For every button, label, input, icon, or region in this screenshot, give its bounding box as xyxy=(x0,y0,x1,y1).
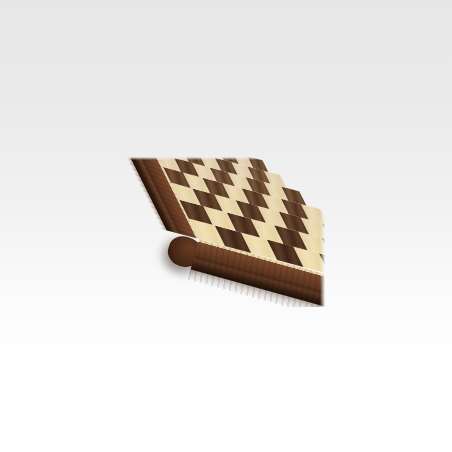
chessboard-product-photo xyxy=(0,0,452,452)
chessboard xyxy=(118,157,325,307)
photo-crop-window-inner xyxy=(118,157,325,307)
photo-crop-window xyxy=(118,157,325,307)
